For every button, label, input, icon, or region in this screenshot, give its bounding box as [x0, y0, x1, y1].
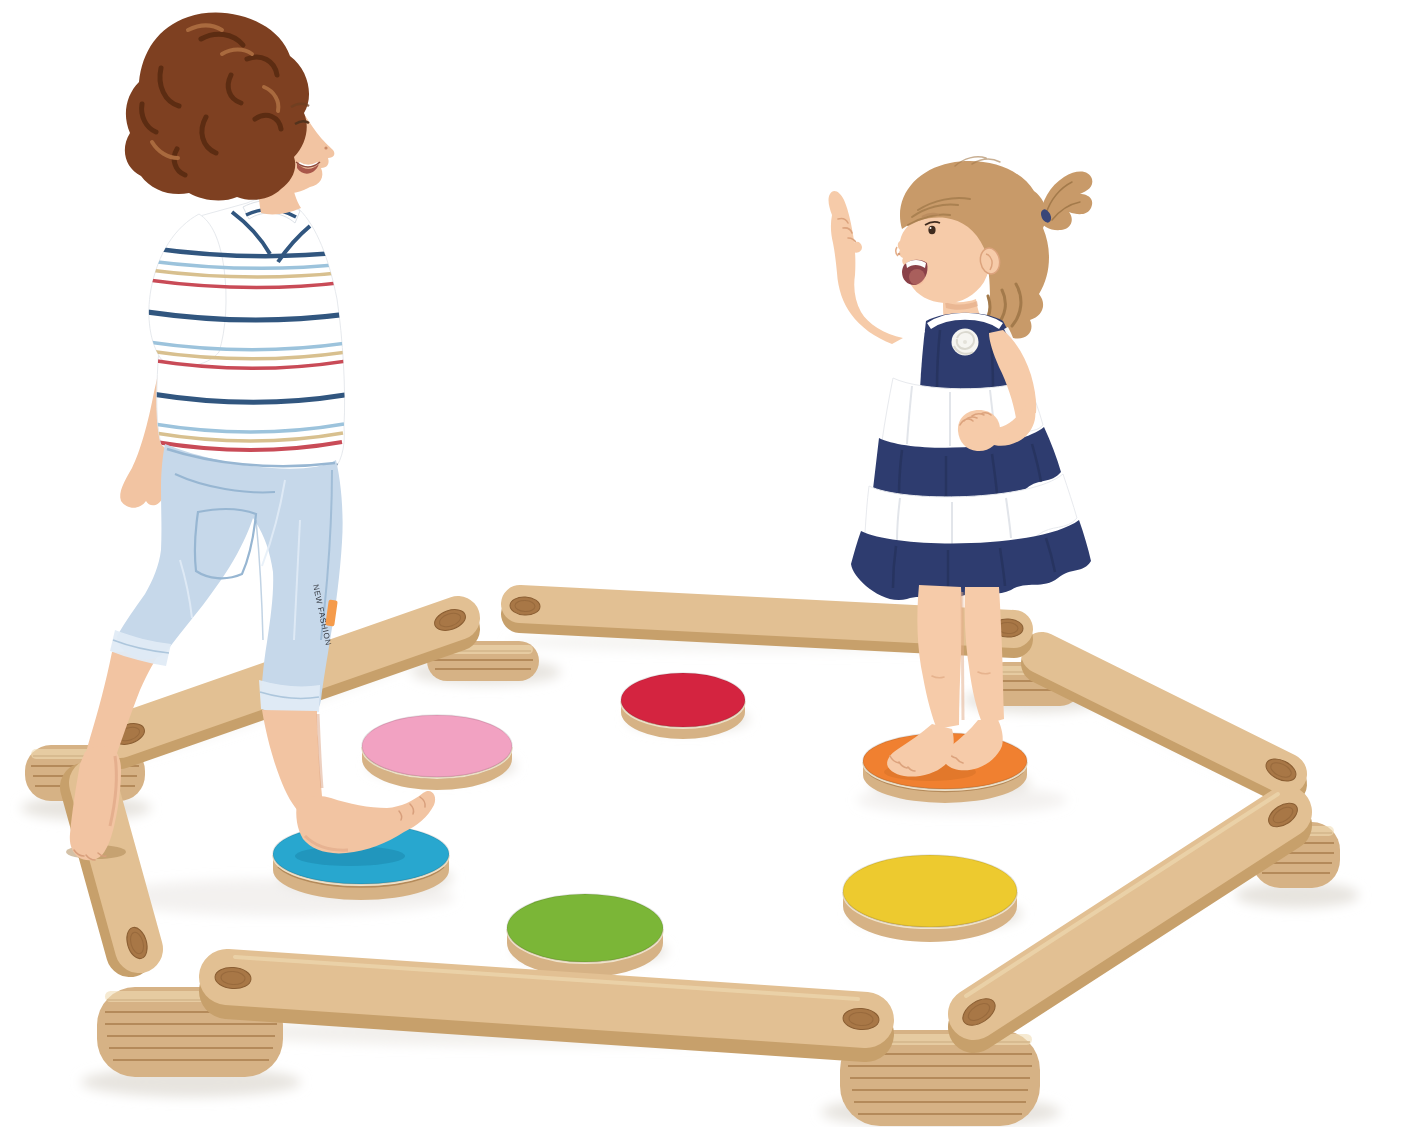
product-image: NEW FASHION: [0, 0, 1404, 1127]
boy-nostril: [324, 146, 327, 149]
boy-hair: [125, 13, 309, 201]
girl-blush: [909, 269, 925, 285]
girl-pigtail: [1039, 172, 1092, 231]
product-photo: NEW FASHION: [0, 0, 1404, 1127]
stepping-stone-green: [507, 894, 663, 977]
girl-legs: [917, 585, 1004, 729]
stepping-stone-red: [621, 673, 745, 739]
girl-nostril: [898, 253, 901, 256]
girl-dress-rosette: [952, 329, 979, 356]
girl-fist: [958, 410, 1000, 451]
balance-beam-frame-back: [25, 596, 1340, 888]
stepping-stone-pink: [362, 715, 512, 790]
beam-upper-right: [1042, 653, 1300, 786]
girl-raised-arm: [829, 191, 903, 344]
stepping-stone-yellow: [843, 855, 1017, 942]
girl-eye: [928, 226, 935, 234]
